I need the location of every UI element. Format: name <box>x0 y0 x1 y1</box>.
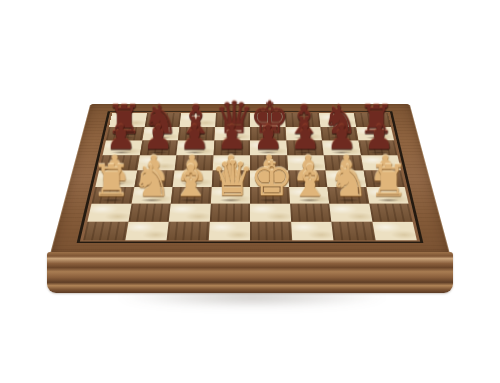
square-a3[interactable]: ♜ <box>91 187 134 204</box>
board-inlay-border: ♜♞♝♛♚♝♞♜♟♟♟♟♟♟♟♟♟♟♟♟♟♟♟♟♜♞♝♛♚♝♞♜ <box>77 111 424 243</box>
white-bishop[interactable]: ♝ <box>290 159 329 203</box>
square-g1[interactable] <box>331 221 375 240</box>
square-a2[interactable] <box>87 204 131 222</box>
square-d3[interactable]: ♛ <box>210 187 250 204</box>
square-g2[interactable] <box>329 204 372 222</box>
square-f2[interactable] <box>290 204 332 222</box>
square-d1[interactable] <box>208 221 250 240</box>
square-f3[interactable]: ♝ <box>289 187 330 204</box>
square-f1[interactable] <box>291 221 334 240</box>
board-grid: ♜♞♝♛♚♝♞♜♟♟♟♟♟♟♟♟♟♟♟♟♟♟♟♟♜♞♝♛♚♝♞♜ <box>83 113 417 240</box>
square-h3[interactable]: ♜ <box>366 187 409 204</box>
white-knight[interactable]: ♞ <box>329 159 368 203</box>
square-c3[interactable]: ♝ <box>171 187 212 204</box>
white-queen[interactable]: ♛ <box>211 154 250 202</box>
square-c1[interactable] <box>167 221 210 240</box>
white-rook[interactable]: ♜ <box>369 159 408 203</box>
square-d2[interactable] <box>209 204 250 222</box>
white-bishop[interactable]: ♝ <box>171 159 210 203</box>
square-b1[interactable] <box>125 221 169 240</box>
board-frame: ♜♞♝♛♚♝♞♜♟♟♟♟♟♟♟♟♟♟♟♟♟♟♟♟♜♞♝♛♚♝♞♜ <box>50 104 450 254</box>
board-frame-molded-edge <box>47 252 453 293</box>
white-knight[interactable]: ♞ <box>132 159 171 203</box>
white-rook[interactable]: ♜ <box>92 159 131 203</box>
chess-board-photo: ♜♞♝♛♚♝♞♜♟♟♟♟♟♟♟♟♟♟♟♟♟♟♟♟♜♞♝♛♚♝♞♜ <box>0 0 500 383</box>
white-king[interactable]: ♚ <box>250 154 289 202</box>
square-b2[interactable] <box>128 204 171 222</box>
square-a1[interactable] <box>83 221 128 240</box>
square-h1[interactable] <box>372 221 417 240</box>
square-h2[interactable] <box>369 204 413 222</box>
square-e3[interactable]: ♚ <box>250 187 290 204</box>
square-g3[interactable]: ♞ <box>327 187 369 204</box>
chess-board: ♜♞♝♛♚♝♞♜♟♟♟♟♟♟♟♟♟♟♟♟♟♟♟♟♜♞♝♛♚♝♞♜ <box>50 104 450 254</box>
square-e1[interactable] <box>250 221 292 240</box>
square-b3[interactable]: ♞ <box>131 187 173 204</box>
square-c2[interactable] <box>169 204 211 222</box>
square-e2[interactable] <box>250 204 291 222</box>
